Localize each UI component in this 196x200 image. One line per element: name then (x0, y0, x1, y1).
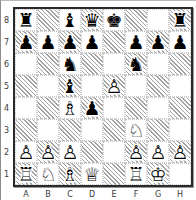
white-bishop: ♝♗ (59, 163, 81, 185)
square-f6: ♞♞ (125, 53, 147, 75)
rank-label-8: 8 (1, 9, 12, 31)
square-g7: ♟♟ (147, 31, 169, 53)
square-c5: ♝♝ (59, 75, 81, 97)
piece-glyph: ♞ (127, 53, 144, 75)
piece-glyph: ♝ (61, 9, 78, 31)
black-king: ♚♚ (103, 9, 125, 31)
square-d2 (81, 141, 103, 163)
square-f5 (125, 75, 147, 97)
square-e4 (103, 97, 125, 119)
rank-label-6: 6 (1, 53, 12, 75)
square-b1: ♞♘ (37, 163, 59, 185)
file-label-e: E (103, 189, 125, 200)
square-a1: ♜♖ (15, 163, 37, 185)
black-pawn: ♟♟ (147, 31, 169, 53)
square-f4 (125, 97, 147, 119)
square-g3 (147, 119, 169, 141)
piece-glyph: ♙ (127, 141, 144, 163)
square-h6 (169, 53, 191, 75)
square-a7: ♟♟ (15, 31, 37, 53)
square-a2: ♟♙ (15, 141, 37, 163)
square-h4 (169, 97, 191, 119)
square-f7: ♟♟ (125, 31, 147, 53)
square-f8 (125, 9, 147, 31)
square-g2: ♟♙ (147, 141, 169, 163)
white-knight: ♞♘ (125, 119, 147, 141)
white-rook: ♜♖ (125, 163, 147, 185)
piece-glyph: ♙ (61, 141, 78, 163)
square-b2: ♟♙ (37, 141, 59, 163)
square-c7: ♟♟ (59, 31, 81, 53)
black-rook: ♜♜ (15, 9, 37, 31)
piece-glyph: ♜ (171, 9, 188, 31)
square-a5 (15, 75, 37, 97)
black-queen: ♛♛ (81, 9, 103, 31)
file-label-h: H (169, 189, 191, 200)
rank-label-2: 2 (1, 141, 12, 163)
square-e3 (103, 119, 125, 141)
square-c8: ♝♝ (59, 9, 81, 31)
square-d3 (81, 119, 103, 141)
square-f3: ♞♘ (125, 119, 147, 141)
square-b5 (37, 75, 59, 97)
rank-label-5: 5 (1, 75, 12, 97)
black-knight: ♞♞ (125, 53, 147, 75)
black-rook: ♜♜ (169, 9, 191, 31)
black-pawn: ♟♟ (81, 97, 103, 119)
square-f1: ♜♖ (125, 163, 147, 185)
square-c6: ♞♞ (59, 53, 81, 75)
black-bishop: ♝♝ (59, 9, 81, 31)
piece-glyph: ♟ (171, 31, 188, 53)
square-d8: ♛♛ (81, 9, 103, 31)
square-e1 (103, 163, 125, 185)
square-c1: ♝♗ (59, 163, 81, 185)
white-king: ♚♔ (147, 163, 169, 185)
square-h2: ♟♙ (169, 141, 191, 163)
square-d4: ♟♟ (81, 97, 103, 119)
piece-glyph: ♗ (61, 97, 78, 119)
piece-glyph: ♟ (17, 31, 34, 53)
black-pawn: ♟♟ (15, 31, 37, 53)
square-e5: ♟♙ (103, 75, 125, 97)
square-a6 (15, 53, 37, 75)
piece-glyph: ♘ (127, 119, 144, 141)
file-label-d: D (81, 189, 103, 200)
piece-glyph: ♖ (17, 163, 34, 185)
square-a3 (15, 119, 37, 141)
piece-glyph: ♙ (105, 75, 122, 97)
square-d7: ♟♟ (81, 31, 103, 53)
black-bishop: ♝♝ (59, 75, 81, 97)
file-label-f: F (125, 189, 147, 200)
square-a4 (15, 97, 37, 119)
piece-glyph: ♞ (61, 53, 78, 75)
piece-glyph: ♕ (83, 163, 100, 185)
square-b7: ♟♟ (37, 31, 59, 53)
square-h3 (169, 119, 191, 141)
white-rook: ♜♖ (15, 163, 37, 185)
piece-glyph: ♚ (105, 9, 122, 31)
piece-glyph: ♟ (149, 31, 166, 53)
square-e2 (103, 141, 125, 163)
rank-label-3: 3 (1, 119, 12, 141)
black-pawn: ♟♟ (81, 31, 103, 53)
square-d1: ♛♕ (81, 163, 103, 185)
white-knight: ♞♘ (37, 163, 59, 185)
black-knight: ♞♞ (59, 53, 81, 75)
square-b3 (37, 119, 59, 141)
black-pawn: ♟♟ (169, 31, 191, 53)
white-pawn: ♟♙ (59, 141, 81, 163)
square-d6 (81, 53, 103, 75)
square-b6 (37, 53, 59, 75)
square-e6 (103, 53, 125, 75)
file-labels: ABCDEFGH (15, 189, 191, 200)
chess-board: ♜♜♝♝♛♛♚♚♜♜♟♟♟♟♟♟♟♟♟♟♟♟♟♟♞♞♞♞♝♝♟♙♝♗♟♟♞♘♟♙… (13, 7, 193, 187)
black-pawn: ♟♟ (37, 31, 59, 53)
square-g1: ♚♔ (147, 163, 169, 185)
chess-diagram: 87654321 ♜♜♝♝♛♛♚♚♜♜♟♟♟♟♟♟♟♟♟♟♟♟♟♟♞♞♞♞♝♝♟… (0, 0, 196, 200)
square-g6 (147, 53, 169, 75)
piece-glyph: ♗ (61, 163, 78, 185)
square-g5 (147, 75, 169, 97)
square-b4 (37, 97, 59, 119)
white-pawn: ♟♙ (37, 141, 59, 163)
square-d5 (81, 75, 103, 97)
piece-glyph: ♖ (127, 163, 144, 185)
white-queen: ♛♕ (81, 163, 103, 185)
piece-glyph: ♟ (127, 31, 144, 53)
piece-glyph: ♙ (17, 141, 34, 163)
white-pawn: ♟♙ (103, 75, 125, 97)
white-bishop: ♝♗ (59, 97, 81, 119)
square-g4 (147, 97, 169, 119)
piece-glyph: ♙ (149, 141, 166, 163)
square-e8: ♚♚ (103, 9, 125, 31)
piece-glyph: ♝ (61, 75, 78, 97)
rank-label-1: 1 (1, 163, 12, 185)
white-pawn: ♟♙ (169, 141, 191, 163)
square-h7: ♟♟ (169, 31, 191, 53)
square-h8: ♜♜ (169, 9, 191, 31)
square-c4: ♝♗ (59, 97, 81, 119)
square-h1 (169, 163, 191, 185)
piece-glyph: ♜ (17, 9, 34, 31)
rank-labels: 87654321 (1, 9, 12, 185)
piece-glyph: ♙ (39, 141, 56, 163)
piece-glyph: ♟ (39, 31, 56, 53)
white-pawn: ♟♙ (147, 141, 169, 163)
square-b8 (37, 9, 59, 31)
square-g8 (147, 9, 169, 31)
square-a8: ♜♜ (15, 9, 37, 31)
file-label-c: C (59, 189, 81, 200)
file-label-g: G (147, 189, 169, 200)
file-label-b: B (37, 189, 59, 200)
square-f2: ♟♙ (125, 141, 147, 163)
white-pawn: ♟♙ (15, 141, 37, 163)
piece-glyph: ♟ (83, 31, 100, 53)
piece-glyph: ♙ (171, 141, 188, 163)
square-c2: ♟♙ (59, 141, 81, 163)
white-pawn: ♟♙ (125, 141, 147, 163)
rank-label-4: 4 (1, 97, 12, 119)
square-e7 (103, 31, 125, 53)
black-pawn: ♟♟ (125, 31, 147, 53)
piece-glyph: ♔ (149, 163, 166, 185)
square-c3 (59, 119, 81, 141)
piece-glyph: ♟ (83, 97, 100, 119)
file-label-a: A (15, 189, 37, 200)
piece-glyph: ♛ (83, 9, 100, 31)
square-h5 (169, 75, 191, 97)
piece-glyph: ♟ (61, 31, 78, 53)
black-pawn: ♟♟ (59, 31, 81, 53)
piece-glyph: ♘ (39, 163, 56, 185)
rank-label-7: 7 (1, 31, 12, 53)
